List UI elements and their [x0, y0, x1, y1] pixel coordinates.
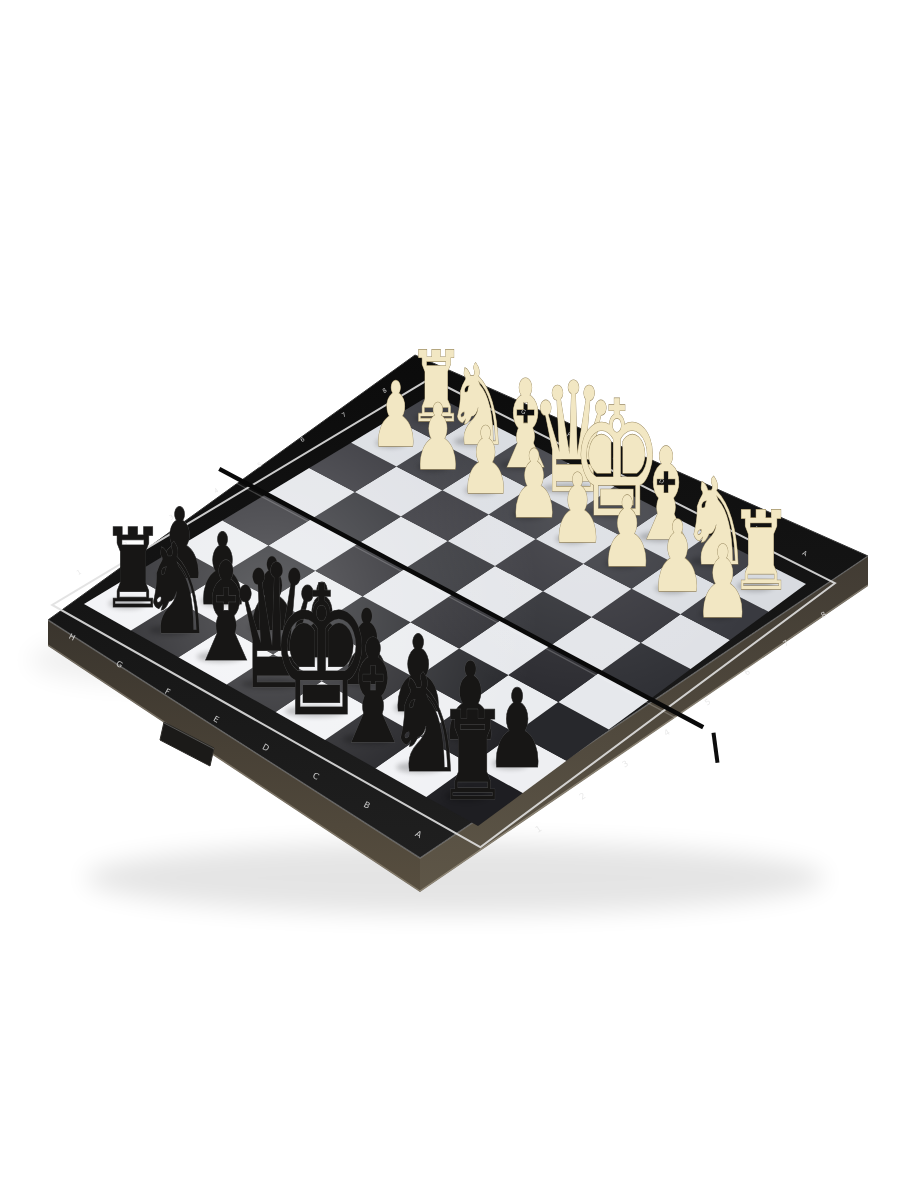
chess-set-photo: AA11BB22CC33DD44EE55FF66GG77HH88♜♞♟♝♟♛♟♚…: [0, 0, 900, 1200]
product-photo: AA11BB22CC33DD44EE55FF66GG77HH88♜♞♟♝♟♛♟♚…: [0, 0, 900, 1200]
piece-white-pawn-d7[interactable]: ♟: [550, 452, 605, 564]
piece-white-pawn-g7[interactable]: ♟: [412, 384, 464, 490]
piece-white-pawn-a7[interactable]: ♟: [694, 524, 752, 641]
folding-magnetic-chessboard: AA11BB22CC33DD44EE55FF66GG77HH88♜♞♟♝♟♛♟♚…: [0, 0, 900, 1200]
piece-black-rook-a1[interactable]: ♜: [437, 685, 508, 828]
piece-white-pawn-c7[interactable]: ♟: [599, 476, 655, 589]
piece-white-pawn-f7[interactable]: ♟: [459, 407, 512, 514]
